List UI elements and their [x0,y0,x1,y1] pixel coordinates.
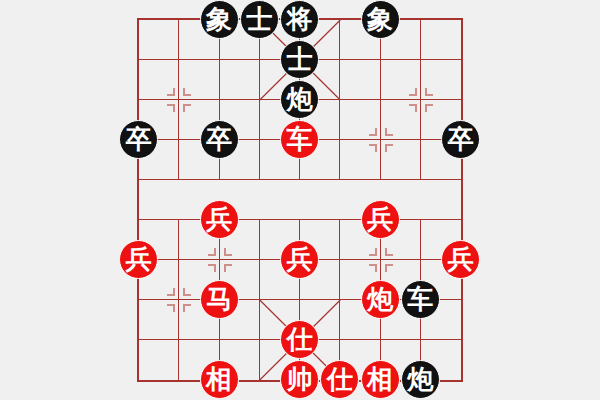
piece-black-soldier[interactable]: 卒 [200,120,239,159]
piece-black-cannon[interactable]: 炮 [280,80,319,119]
point-marker-corner [167,104,175,112]
point-marker-corner [409,104,417,112]
point-marker-corner [425,88,433,96]
piece-red-elephant[interactable]: 相 [361,360,400,399]
point-marker-corner [183,104,191,112]
board-cell [139,180,179,220]
piece-red-soldier[interactable]: 兵 [361,200,400,239]
point-marker-corner [224,248,232,256]
piece-black-cannon[interactable]: 炮 [401,360,440,399]
piece-red-horse[interactable]: 马 [200,280,239,319]
piece-red-cannon[interactable]: 炮 [361,280,400,319]
point-marker-corner [208,248,216,256]
piece-black-general[interactable]: 将 [280,0,319,39]
point-marker-corner [369,144,377,152]
piece-black-advisor[interactable]: 士 [240,0,279,39]
point-marker-corner [224,264,232,272]
piece-black-elephant[interactable]: 象 [200,0,239,39]
board-cell [421,20,461,60]
board-cell [421,180,461,220]
point-marker-corner [183,288,191,296]
point-marker-corner [167,88,175,96]
board-cell [139,20,179,60]
point-marker-corner [167,288,175,296]
piece-red-chariot[interactable]: 车 [280,120,319,159]
point-marker-corner [167,304,175,312]
board-cell [260,180,300,220]
point-marker-corner [425,104,433,112]
piece-red-advisor[interactable]: 仕 [320,360,359,399]
piece-red-elephant[interactable]: 相 [200,360,239,399]
point-marker-corner [385,248,393,256]
piece-red-soldier[interactable]: 兵 [200,200,239,239]
board-cell [139,340,179,380]
piece-black-elephant[interactable]: 象 [361,0,400,39]
point-marker-corner [183,304,191,312]
xiangqi-board: 象士将象士炮卒卒车卒兵兵兵兵兵马炮车仕相帅仕相炮 [0,0,600,400]
piece-red-soldier[interactable]: 兵 [119,240,158,279]
piece-red-general[interactable]: 帅 [280,360,319,399]
point-marker-corner [385,144,393,152]
piece-black-chariot[interactable]: 车 [401,280,440,319]
piece-red-soldier[interactable]: 兵 [441,240,480,279]
point-marker-corner [369,128,377,136]
board-cell [220,60,260,100]
point-marker-corner [183,88,191,96]
point-marker-corner [208,264,216,272]
piece-red-advisor[interactable]: 仕 [280,320,319,359]
piece-black-advisor[interactable]: 士 [280,40,319,79]
point-marker-corner [369,248,377,256]
point-marker-corner [385,128,393,136]
point-marker-corner [369,264,377,272]
piece-black-soldier[interactable]: 卒 [119,120,158,159]
piece-red-soldier[interactable]: 兵 [280,240,319,279]
point-marker-corner [385,264,393,272]
piece-black-soldier[interactable]: 卒 [441,120,480,159]
board-cell [340,60,380,100]
board-cell [300,180,340,220]
point-marker-corner [409,88,417,96]
